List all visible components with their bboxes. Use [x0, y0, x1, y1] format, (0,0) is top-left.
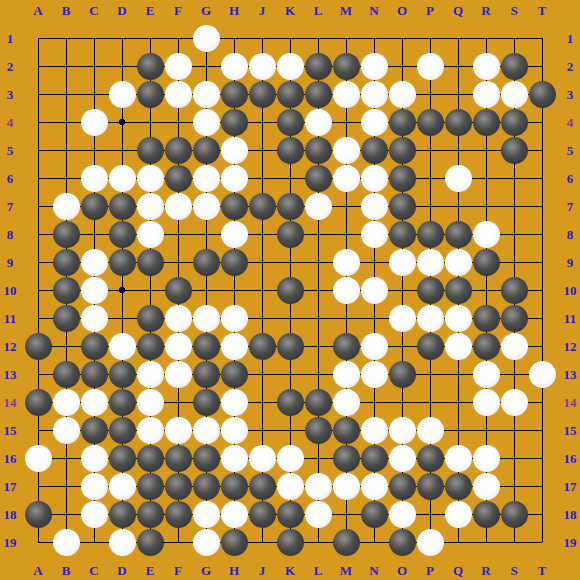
- row-label-right-10[interactable]: 10: [564, 284, 577, 297]
- intersection-N3[interactable]: [360, 80, 388, 108]
- intersection-K6[interactable]: [276, 164, 304, 192]
- intersection-P5[interactable]: [416, 136, 444, 164]
- intersection-F8[interactable]: [164, 220, 192, 248]
- intersection-R1[interactable]: [472, 24, 500, 52]
- intersection-G16[interactable]: [192, 444, 220, 472]
- intersection-N7[interactable]: [360, 192, 388, 220]
- intersection-C14[interactable]: [80, 388, 108, 416]
- intersection-O6[interactable]: [388, 164, 416, 192]
- intersection-L3[interactable]: [304, 80, 332, 108]
- intersection-O2[interactable]: [388, 52, 416, 80]
- intersection-N15[interactable]: [360, 416, 388, 444]
- intersection-L5[interactable]: [304, 136, 332, 164]
- intersection-R18[interactable]: [472, 500, 500, 528]
- intersection-G8[interactable]: [192, 220, 220, 248]
- intersection-O10[interactable]: [388, 276, 416, 304]
- row-label-left-9[interactable]: 9: [7, 256, 14, 269]
- intersection-T7[interactable]: [528, 192, 556, 220]
- intersection-P17[interactable]: [416, 472, 444, 500]
- intersection-A18[interactable]: [24, 500, 52, 528]
- column-label-bottom-T[interactable]: T: [538, 564, 547, 577]
- row-label-right-7[interactable]: 7: [567, 200, 574, 213]
- intersection-D3[interactable]: [108, 80, 136, 108]
- intersection-P11[interactable]: [416, 304, 444, 332]
- intersection-F7[interactable]: [164, 192, 192, 220]
- intersection-D5[interactable]: [108, 136, 136, 164]
- intersection-P16[interactable]: [416, 444, 444, 472]
- intersection-C16[interactable]: [80, 444, 108, 472]
- intersection-A15[interactable]: [24, 416, 52, 444]
- row-label-left-18[interactable]: 18: [4, 508, 17, 521]
- intersection-F9[interactable]: [164, 248, 192, 276]
- intersection-H14[interactable]: [220, 388, 248, 416]
- intersection-C10[interactable]: [80, 276, 108, 304]
- intersection-G18[interactable]: [192, 500, 220, 528]
- intersection-B6[interactable]: [52, 164, 80, 192]
- intersection-S3[interactable]: [500, 80, 528, 108]
- column-label-top-Q[interactable]: Q: [453, 4, 463, 17]
- intersection-Q15[interactable]: [444, 416, 472, 444]
- row-label-right-6[interactable]: 6: [567, 172, 574, 185]
- intersection-R10[interactable]: [472, 276, 500, 304]
- column-label-top-G[interactable]: G: [201, 4, 211, 17]
- intersection-O9[interactable]: [388, 248, 416, 276]
- intersection-B11[interactable]: [52, 304, 80, 332]
- intersection-F3[interactable]: [164, 80, 192, 108]
- intersection-A3[interactable]: [24, 80, 52, 108]
- intersection-S15[interactable]: [500, 416, 528, 444]
- intersection-L15[interactable]: [304, 416, 332, 444]
- intersection-R16[interactable]: [472, 444, 500, 472]
- column-label-bottom-M[interactable]: M: [340, 564, 352, 577]
- intersection-B4[interactable]: [52, 108, 80, 136]
- row-label-left-5[interactable]: 5: [7, 144, 14, 157]
- intersection-S17[interactable]: [500, 472, 528, 500]
- intersection-T18[interactable]: [528, 500, 556, 528]
- intersection-J8[interactable]: [248, 220, 276, 248]
- intersection-P19[interactable]: [416, 528, 444, 556]
- intersection-G6[interactable]: [192, 164, 220, 192]
- intersection-T5[interactable]: [528, 136, 556, 164]
- intersection-F13[interactable]: [164, 360, 192, 388]
- row-label-right-5[interactable]: 5: [567, 144, 574, 157]
- intersection-G12[interactable]: [192, 332, 220, 360]
- intersection-Q18[interactable]: [444, 500, 472, 528]
- intersection-P6[interactable]: [416, 164, 444, 192]
- intersection-H9[interactable]: [220, 248, 248, 276]
- intersection-Q5[interactable]: [444, 136, 472, 164]
- intersection-J11[interactable]: [248, 304, 276, 332]
- intersection-R7[interactable]: [472, 192, 500, 220]
- intersection-P10[interactable]: [416, 276, 444, 304]
- intersection-D15[interactable]: [108, 416, 136, 444]
- intersection-T12[interactable]: [528, 332, 556, 360]
- intersection-O11[interactable]: [388, 304, 416, 332]
- intersection-H2[interactable]: [220, 52, 248, 80]
- intersection-G14[interactable]: [192, 388, 220, 416]
- intersection-J17[interactable]: [248, 472, 276, 500]
- intersection-C6[interactable]: [80, 164, 108, 192]
- intersection-G5[interactable]: [192, 136, 220, 164]
- intersection-T16[interactable]: [528, 444, 556, 472]
- intersection-H19[interactable]: [220, 528, 248, 556]
- column-label-bottom-G[interactable]: G: [201, 564, 211, 577]
- column-label-bottom-P[interactable]: P: [426, 564, 434, 577]
- row-label-right-17[interactable]: 17: [564, 480, 577, 493]
- intersection-O17[interactable]: [388, 472, 416, 500]
- intersection-S7[interactable]: [500, 192, 528, 220]
- intersection-D11[interactable]: [108, 304, 136, 332]
- intersection-O12[interactable]: [388, 332, 416, 360]
- intersection-P3[interactable]: [416, 80, 444, 108]
- intersection-D17[interactable]: [108, 472, 136, 500]
- intersection-G13[interactable]: [192, 360, 220, 388]
- intersection-L7[interactable]: [304, 192, 332, 220]
- intersection-H10[interactable]: [220, 276, 248, 304]
- intersection-F11[interactable]: [164, 304, 192, 332]
- intersection-A10[interactable]: [24, 276, 52, 304]
- intersection-L17[interactable]: [304, 472, 332, 500]
- intersection-M13[interactable]: [332, 360, 360, 388]
- intersection-J3[interactable]: [248, 80, 276, 108]
- intersection-F19[interactable]: [164, 528, 192, 556]
- intersection-C2[interactable]: [80, 52, 108, 80]
- intersection-K4[interactable]: [276, 108, 304, 136]
- intersection-O7[interactable]: [388, 192, 416, 220]
- column-label-bottom-J[interactable]: J: [259, 564, 266, 577]
- intersection-R5[interactable]: [472, 136, 500, 164]
- intersection-P15[interactable]: [416, 416, 444, 444]
- intersection-K1[interactable]: [276, 24, 304, 52]
- intersection-J7[interactable]: [248, 192, 276, 220]
- column-label-bottom-D[interactable]: D: [117, 564, 126, 577]
- intersection-M11[interactable]: [332, 304, 360, 332]
- intersection-O3[interactable]: [388, 80, 416, 108]
- intersection-N13[interactable]: [360, 360, 388, 388]
- intersection-C1[interactable]: [80, 24, 108, 52]
- intersection-F16[interactable]: [164, 444, 192, 472]
- intersection-H16[interactable]: [220, 444, 248, 472]
- intersection-R12[interactable]: [472, 332, 500, 360]
- intersection-D9[interactable]: [108, 248, 136, 276]
- intersection-Q7[interactable]: [444, 192, 472, 220]
- intersection-R15[interactable]: [472, 416, 500, 444]
- column-label-bottom-F[interactable]: F: [174, 564, 182, 577]
- intersection-E11[interactable]: [136, 304, 164, 332]
- intersection-K9[interactable]: [276, 248, 304, 276]
- intersection-P8[interactable]: [416, 220, 444, 248]
- intersection-L18[interactable]: [304, 500, 332, 528]
- column-label-top-A[interactable]: A: [33, 4, 42, 17]
- row-label-right-12[interactable]: 12: [564, 340, 577, 353]
- intersection-B5[interactable]: [52, 136, 80, 164]
- row-label-left-15[interactable]: 15: [4, 424, 17, 437]
- intersection-M1[interactable]: [332, 24, 360, 52]
- intersection-D18[interactable]: [108, 500, 136, 528]
- intersection-E4[interactable]: [136, 108, 164, 136]
- intersection-R14[interactable]: [472, 388, 500, 416]
- intersection-R6[interactable]: [472, 164, 500, 192]
- column-label-bottom-E[interactable]: E: [146, 564, 155, 577]
- row-label-right-13[interactable]: 13: [564, 368, 577, 381]
- intersection-F4[interactable]: [164, 108, 192, 136]
- intersection-B9[interactable]: [52, 248, 80, 276]
- intersection-G7[interactable]: [192, 192, 220, 220]
- intersection-E17[interactable]: [136, 472, 164, 500]
- intersection-S1[interactable]: [500, 24, 528, 52]
- intersection-B13[interactable]: [52, 360, 80, 388]
- row-label-left-13[interactable]: 13: [4, 368, 17, 381]
- row-label-right-11[interactable]: 11: [564, 312, 576, 325]
- intersection-L14[interactable]: [304, 388, 332, 416]
- intersection-Q2[interactable]: [444, 52, 472, 80]
- intersection-M19[interactable]: [332, 528, 360, 556]
- intersection-E8[interactable]: [136, 220, 164, 248]
- intersection-L2[interactable]: [304, 52, 332, 80]
- intersection-T9[interactable]: [528, 248, 556, 276]
- intersection-J9[interactable]: [248, 248, 276, 276]
- intersection-E18[interactable]: [136, 500, 164, 528]
- intersection-T11[interactable]: [528, 304, 556, 332]
- intersection-O19[interactable]: [388, 528, 416, 556]
- intersection-G9[interactable]: [192, 248, 220, 276]
- column-label-bottom-A[interactable]: A: [33, 564, 42, 577]
- row-label-left-16[interactable]: 16: [4, 452, 17, 465]
- intersection-D4[interactable]: [108, 108, 136, 136]
- intersection-N17[interactable]: [360, 472, 388, 500]
- column-label-top-K[interactable]: K: [285, 4, 295, 17]
- row-label-right-14[interactable]: 14: [564, 396, 577, 409]
- intersection-J4[interactable]: [248, 108, 276, 136]
- column-label-bottom-O[interactable]: O: [397, 564, 407, 577]
- intersection-C5[interactable]: [80, 136, 108, 164]
- intersection-D10[interactable]: [108, 276, 136, 304]
- intersection-S19[interactable]: [500, 528, 528, 556]
- intersection-H17[interactable]: [220, 472, 248, 500]
- intersection-D19[interactable]: [108, 528, 136, 556]
- intersection-T19[interactable]: [528, 528, 556, 556]
- intersection-L12[interactable]: [304, 332, 332, 360]
- intersection-O8[interactable]: [388, 220, 416, 248]
- intersection-E10[interactable]: [136, 276, 164, 304]
- intersection-C19[interactable]: [80, 528, 108, 556]
- intersection-K15[interactable]: [276, 416, 304, 444]
- intersection-P14[interactable]: [416, 388, 444, 416]
- intersection-P9[interactable]: [416, 248, 444, 276]
- intersection-O15[interactable]: [388, 416, 416, 444]
- intersection-G19[interactable]: [192, 528, 220, 556]
- column-label-top-F[interactable]: F: [174, 4, 182, 17]
- intersection-S10[interactable]: [500, 276, 528, 304]
- intersection-R4[interactable]: [472, 108, 500, 136]
- intersection-H11[interactable]: [220, 304, 248, 332]
- intersection-K7[interactable]: [276, 192, 304, 220]
- intersection-D7[interactable]: [108, 192, 136, 220]
- intersection-K10[interactable]: [276, 276, 304, 304]
- intersection-G1[interactable]: [192, 24, 220, 52]
- intersection-C11[interactable]: [80, 304, 108, 332]
- intersection-K2[interactable]: [276, 52, 304, 80]
- intersection-S18[interactable]: [500, 500, 528, 528]
- intersection-A2[interactable]: [24, 52, 52, 80]
- row-label-left-11[interactable]: 11: [4, 312, 16, 325]
- intersection-Q11[interactable]: [444, 304, 472, 332]
- column-label-top-M[interactable]: M: [340, 4, 352, 17]
- intersection-J12[interactable]: [248, 332, 276, 360]
- intersection-L8[interactable]: [304, 220, 332, 248]
- intersection-Q10[interactable]: [444, 276, 472, 304]
- intersection-A1[interactable]: [24, 24, 52, 52]
- intersection-K16[interactable]: [276, 444, 304, 472]
- intersection-M10[interactable]: [332, 276, 360, 304]
- intersection-F5[interactable]: [164, 136, 192, 164]
- column-label-bottom-K[interactable]: K: [285, 564, 295, 577]
- column-label-top-T[interactable]: T: [538, 4, 547, 17]
- intersection-E19[interactable]: [136, 528, 164, 556]
- column-label-top-P[interactable]: P: [426, 4, 434, 17]
- intersection-S4[interactable]: [500, 108, 528, 136]
- intersection-J15[interactable]: [248, 416, 276, 444]
- intersection-J5[interactable]: [248, 136, 276, 164]
- intersection-B7[interactable]: [52, 192, 80, 220]
- row-label-right-2[interactable]: 2: [567, 60, 574, 73]
- intersection-M8[interactable]: [332, 220, 360, 248]
- intersection-Q19[interactable]: [444, 528, 472, 556]
- intersection-O13[interactable]: [388, 360, 416, 388]
- intersection-T1[interactable]: [528, 24, 556, 52]
- column-label-top-N[interactable]: N: [369, 4, 378, 17]
- intersection-T17[interactable]: [528, 472, 556, 500]
- column-label-top-J[interactable]: J: [259, 4, 266, 17]
- intersection-J1[interactable]: [248, 24, 276, 52]
- intersection-P2[interactable]: [416, 52, 444, 80]
- column-label-bottom-H[interactable]: H: [229, 564, 239, 577]
- intersection-Q17[interactable]: [444, 472, 472, 500]
- intersection-N2[interactable]: [360, 52, 388, 80]
- intersection-D12[interactable]: [108, 332, 136, 360]
- intersection-E14[interactable]: [136, 388, 164, 416]
- column-label-top-O[interactable]: O: [397, 4, 407, 17]
- intersection-F10[interactable]: [164, 276, 192, 304]
- intersection-N18[interactable]: [360, 500, 388, 528]
- intersection-L16[interactable]: [304, 444, 332, 472]
- intersection-L9[interactable]: [304, 248, 332, 276]
- row-label-right-8[interactable]: 8: [567, 228, 574, 241]
- intersection-S5[interactable]: [500, 136, 528, 164]
- column-label-bottom-L[interactable]: L: [314, 564, 323, 577]
- intersection-N5[interactable]: [360, 136, 388, 164]
- intersection-L1[interactable]: [304, 24, 332, 52]
- intersection-H18[interactable]: [220, 500, 248, 528]
- intersection-M6[interactable]: [332, 164, 360, 192]
- intersection-T10[interactable]: [528, 276, 556, 304]
- intersection-N1[interactable]: [360, 24, 388, 52]
- intersection-F6[interactable]: [164, 164, 192, 192]
- intersection-A4[interactable]: [24, 108, 52, 136]
- intersection-R9[interactable]: [472, 248, 500, 276]
- row-label-right-18[interactable]: 18: [564, 508, 577, 521]
- intersection-T2[interactable]: [528, 52, 556, 80]
- intersection-G2[interactable]: [192, 52, 220, 80]
- intersection-T3[interactable]: [528, 80, 556, 108]
- intersection-N16[interactable]: [360, 444, 388, 472]
- intersection-L6[interactable]: [304, 164, 332, 192]
- row-label-right-16[interactable]: 16: [564, 452, 577, 465]
- intersection-D2[interactable]: [108, 52, 136, 80]
- intersection-S11[interactable]: [500, 304, 528, 332]
- intersection-B8[interactable]: [52, 220, 80, 248]
- intersection-D13[interactable]: [108, 360, 136, 388]
- intersection-B2[interactable]: [52, 52, 80, 80]
- intersection-S16[interactable]: [500, 444, 528, 472]
- intersection-H6[interactable]: [220, 164, 248, 192]
- intersection-K14[interactable]: [276, 388, 304, 416]
- intersection-F17[interactable]: [164, 472, 192, 500]
- intersection-B18[interactable]: [52, 500, 80, 528]
- intersection-C7[interactable]: [80, 192, 108, 220]
- intersection-L11[interactable]: [304, 304, 332, 332]
- intersection-E15[interactable]: [136, 416, 164, 444]
- intersection-N19[interactable]: [360, 528, 388, 556]
- intersection-B1[interactable]: [52, 24, 80, 52]
- column-label-top-B[interactable]: B: [62, 4, 71, 17]
- intersection-K18[interactable]: [276, 500, 304, 528]
- column-label-top-D[interactable]: D: [117, 4, 126, 17]
- intersection-J19[interactable]: [248, 528, 276, 556]
- intersection-E9[interactable]: [136, 248, 164, 276]
- row-label-right-1[interactable]: 1: [567, 32, 574, 45]
- intersection-K5[interactable]: [276, 136, 304, 164]
- intersection-Q12[interactable]: [444, 332, 472, 360]
- intersection-D8[interactable]: [108, 220, 136, 248]
- intersection-C8[interactable]: [80, 220, 108, 248]
- intersection-T4[interactable]: [528, 108, 556, 136]
- intersection-H13[interactable]: [220, 360, 248, 388]
- intersection-C9[interactable]: [80, 248, 108, 276]
- intersection-B3[interactable]: [52, 80, 80, 108]
- intersection-O18[interactable]: [388, 500, 416, 528]
- intersection-A11[interactable]: [24, 304, 52, 332]
- intersection-R3[interactable]: [472, 80, 500, 108]
- intersection-A17[interactable]: [24, 472, 52, 500]
- intersection-G10[interactable]: [192, 276, 220, 304]
- intersection-H8[interactable]: [220, 220, 248, 248]
- row-label-left-4[interactable]: 4: [7, 116, 14, 129]
- intersection-J2[interactable]: [248, 52, 276, 80]
- row-label-left-12[interactable]: 12: [4, 340, 17, 353]
- intersection-S9[interactable]: [500, 248, 528, 276]
- intersection-N14[interactable]: [360, 388, 388, 416]
- intersection-B16[interactable]: [52, 444, 80, 472]
- intersection-A5[interactable]: [24, 136, 52, 164]
- intersection-B19[interactable]: [52, 528, 80, 556]
- intersection-K11[interactable]: [276, 304, 304, 332]
- intersection-H3[interactable]: [220, 80, 248, 108]
- intersection-B12[interactable]: [52, 332, 80, 360]
- intersection-Q8[interactable]: [444, 220, 472, 248]
- intersection-Q6[interactable]: [444, 164, 472, 192]
- intersection-B10[interactable]: [52, 276, 80, 304]
- intersection-K3[interactable]: [276, 80, 304, 108]
- intersection-D14[interactable]: [108, 388, 136, 416]
- intersection-R11[interactable]: [472, 304, 500, 332]
- row-label-left-6[interactable]: 6: [7, 172, 14, 185]
- intersection-A8[interactable]: [24, 220, 52, 248]
- intersection-B15[interactable]: [52, 416, 80, 444]
- row-label-left-1[interactable]: 1: [7, 32, 14, 45]
- intersection-O5[interactable]: [388, 136, 416, 164]
- intersection-G17[interactable]: [192, 472, 220, 500]
